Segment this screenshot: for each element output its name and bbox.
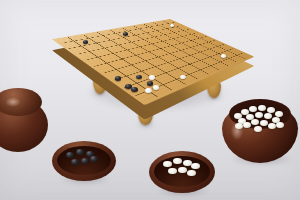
tray-stone-white [163, 161, 172, 168]
tray-stone-white [178, 167, 187, 174]
tray-stone-white [168, 168, 177, 175]
tray-stone-white [187, 170, 196, 177]
white-tray-stones [0, 0, 300, 200]
goban-studio-photo [0, 0, 300, 200]
tray-stone-white [191, 163, 200, 170]
tray-stone-white [173, 158, 182, 165]
